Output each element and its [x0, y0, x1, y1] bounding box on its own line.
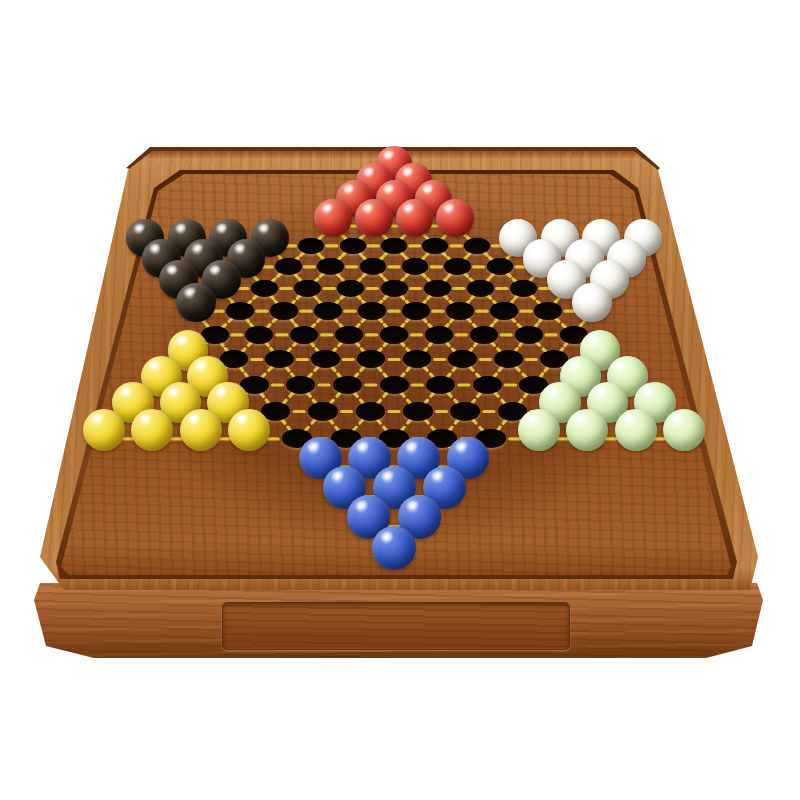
marble-black[interactable]: [176, 283, 216, 323]
marble-green[interactable]: [518, 409, 560, 451]
marble-green[interactable]: [663, 409, 705, 451]
marble-green[interactable]: [566, 409, 608, 451]
marble-red[interactable]: [436, 199, 474, 237]
pieces-layer: [0, 0, 800, 800]
marble-yellow[interactable]: [131, 409, 173, 451]
marble-yellow[interactable]: [228, 409, 270, 451]
marble-white[interactable]: [572, 283, 612, 323]
chinese-checkers-board-photo: [0, 0, 800, 800]
marble-green[interactable]: [615, 409, 657, 451]
marble-yellow[interactable]: [83, 409, 125, 451]
marble-red[interactable]: [396, 199, 434, 237]
marble-red[interactable]: [314, 199, 352, 237]
marble-blue[interactable]: [372, 526, 416, 570]
marble-red[interactable]: [355, 199, 393, 237]
marble-yellow[interactable]: [180, 409, 222, 451]
